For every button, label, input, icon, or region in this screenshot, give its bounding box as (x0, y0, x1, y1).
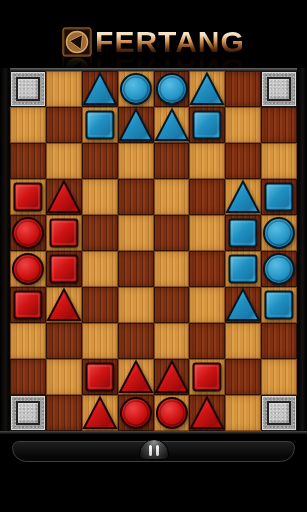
red-square-piece[interactable] (46, 251, 82, 287)
app-screen: FERTANG FERTANG (0, 0, 307, 512)
cell-r9c7[interactable] (225, 359, 261, 395)
cell-r1c1[interactable] (10, 71, 46, 107)
corner-marker (10, 71, 46, 107)
cell-r2c4[interactable] (118, 107, 154, 143)
cell-r9c6[interactable] (189, 359, 225, 395)
cell-r1c8[interactable] (261, 71, 297, 107)
cell-r4c5[interactable] (154, 179, 190, 215)
red-square-piece[interactable] (82, 359, 118, 395)
cell-r6c6[interactable] (189, 251, 225, 287)
blue-square-piece[interactable] (82, 107, 118, 143)
red-circle-piece[interactable] (10, 251, 46, 287)
red-triangle-piece[interactable] (189, 395, 225, 431)
cell-r1c7[interactable] (225, 71, 261, 107)
cell-r10c2[interactable] (46, 395, 82, 431)
cell-r10c7[interactable] (225, 395, 261, 431)
red-square-piece[interactable] (10, 179, 46, 215)
cell-r3c1[interactable] (10, 143, 46, 179)
red-triangle-piece[interactable] (46, 287, 82, 323)
cell-r4c2[interactable] (46, 179, 82, 215)
cell-r6c7[interactable] (225, 251, 261, 287)
cell-r5c8[interactable] (261, 215, 297, 251)
blue-circle-piece[interactable] (154, 71, 190, 107)
cell-r9c1[interactable] (10, 359, 46, 395)
cell-r6c1[interactable] (10, 251, 46, 287)
red-square-piece[interactable] (46, 215, 82, 251)
cell-r4c7[interactable] (225, 179, 261, 215)
blue-square-piece[interactable] (261, 287, 297, 323)
cell-r7c4[interactable] (118, 287, 154, 323)
blue-triangle-piece[interactable] (225, 179, 261, 215)
cell-r6c5[interactable] (154, 251, 190, 287)
cell-r6c4[interactable] (118, 251, 154, 287)
cell-r10c6[interactable] (189, 395, 225, 431)
red-circle-piece[interactable] (118, 395, 154, 431)
cell-r4c4[interactable] (118, 179, 154, 215)
blue-square-piece[interactable] (225, 251, 261, 287)
cell-r5c2[interactable] (46, 215, 82, 251)
blue-circle-piece[interactable] (261, 215, 297, 251)
cell-r7c3[interactable] (82, 287, 118, 323)
cell-r3c5[interactable] (154, 143, 190, 179)
cell-r9c4[interactable] (118, 359, 154, 395)
cell-r5c6[interactable] (189, 215, 225, 251)
red-triangle-piece[interactable] (46, 179, 82, 215)
cell-r8c6[interactable] (189, 323, 225, 359)
cell-r9c3[interactable] (82, 359, 118, 395)
blue-triangle-piece[interactable] (82, 71, 118, 107)
cell-r4c8[interactable] (261, 179, 297, 215)
board-bezel-right (297, 68, 307, 434)
corner-marker (261, 71, 297, 107)
red-square-piece[interactable] (10, 287, 46, 323)
blue-circle-piece[interactable] (261, 251, 297, 287)
cell-r7c1[interactable] (10, 287, 46, 323)
cell-r10c3[interactable] (82, 395, 118, 431)
cell-r5c5[interactable] (154, 215, 190, 251)
cell-r9c2[interactable] (46, 359, 82, 395)
corner-marker (261, 395, 297, 431)
cell-r3c6[interactable] (189, 143, 225, 179)
cell-r3c3[interactable] (82, 143, 118, 179)
cell-r1c4[interactable] (118, 71, 154, 107)
red-circle-piece[interactable] (10, 215, 46, 251)
cell-r8c7[interactable] (225, 323, 261, 359)
cell-r8c5[interactable] (154, 323, 190, 359)
cell-r5c1[interactable] (10, 215, 46, 251)
cell-r8c8[interactable] (261, 323, 297, 359)
cell-r5c3[interactable] (82, 215, 118, 251)
cell-r7c6[interactable] (189, 287, 225, 323)
cell-r10c4[interactable] (118, 395, 154, 431)
blue-square-piece[interactable] (261, 179, 297, 215)
red-triangle-piece[interactable] (118, 359, 154, 395)
cell-r6c3[interactable] (82, 251, 118, 287)
cell-r6c2[interactable] (46, 251, 82, 287)
cell-r2c8[interactable] (261, 107, 297, 143)
blue-triangle-piece[interactable] (118, 107, 154, 143)
blue-square-piece[interactable] (189, 107, 225, 143)
corner-marker (10, 395, 46, 431)
cell-r2c5[interactable] (154, 107, 190, 143)
cell-r2c3[interactable] (82, 107, 118, 143)
board-bezel-left (0, 68, 10, 434)
cell-r6c8[interactable] (261, 251, 297, 287)
cell-r7c7[interactable] (225, 287, 261, 323)
cell-r2c1[interactable] (10, 107, 46, 143)
cell-r8c1[interactable] (10, 323, 46, 359)
red-circle-piece[interactable] (154, 395, 190, 431)
cell-r4c6[interactable] (189, 179, 225, 215)
cell-r2c7[interactable] (225, 107, 261, 143)
cell-r9c8[interactable] (261, 359, 297, 395)
cell-r10c5[interactable] (154, 395, 190, 431)
red-triangle-piece[interactable] (154, 359, 190, 395)
blue-triangle-piece[interactable] (225, 287, 261, 323)
cell-r4c3[interactable] (82, 179, 118, 215)
cell-r4c1[interactable] (10, 179, 46, 215)
cell-r2c6[interactable] (189, 107, 225, 143)
cell-r9c5[interactable] (154, 359, 190, 395)
board-frame-bottom (0, 431, 307, 434)
cell-r3c4[interactable] (118, 143, 154, 179)
blue-triangle-piece[interactable] (154, 107, 190, 143)
cell-r5c7[interactable] (225, 215, 261, 251)
cell-r3c2[interactable] (46, 143, 82, 179)
cell-r10c8[interactable] (261, 395, 297, 431)
cell-r3c8[interactable] (261, 143, 297, 179)
blue-triangle-piece[interactable] (189, 71, 225, 107)
cell-r8c2[interactable] (46, 323, 82, 359)
cell-r10c1[interactable] (10, 395, 46, 431)
blue-circle-piece[interactable] (118, 71, 154, 107)
cell-r5c4[interactable] (118, 215, 154, 251)
red-triangle-piece[interactable] (82, 395, 118, 431)
blue-square-piece[interactable] (225, 215, 261, 251)
cell-r1c2[interactable] (46, 71, 82, 107)
cell-r7c5[interactable] (154, 287, 190, 323)
cell-r1c5[interactable] (154, 71, 190, 107)
game-board (10, 71, 297, 431)
cell-r8c3[interactable] (82, 323, 118, 359)
cell-r1c6[interactable] (189, 71, 225, 107)
red-square-piece[interactable] (189, 359, 225, 395)
pause-icon (149, 445, 159, 456)
cell-r3c7[interactable] (225, 143, 261, 179)
cell-r7c2[interactable] (46, 287, 82, 323)
cell-r2c2[interactable] (46, 107, 82, 143)
cell-r8c4[interactable] (118, 323, 154, 359)
cell-r1c3[interactable] (82, 71, 118, 107)
cell-r7c8[interactable] (261, 287, 297, 323)
